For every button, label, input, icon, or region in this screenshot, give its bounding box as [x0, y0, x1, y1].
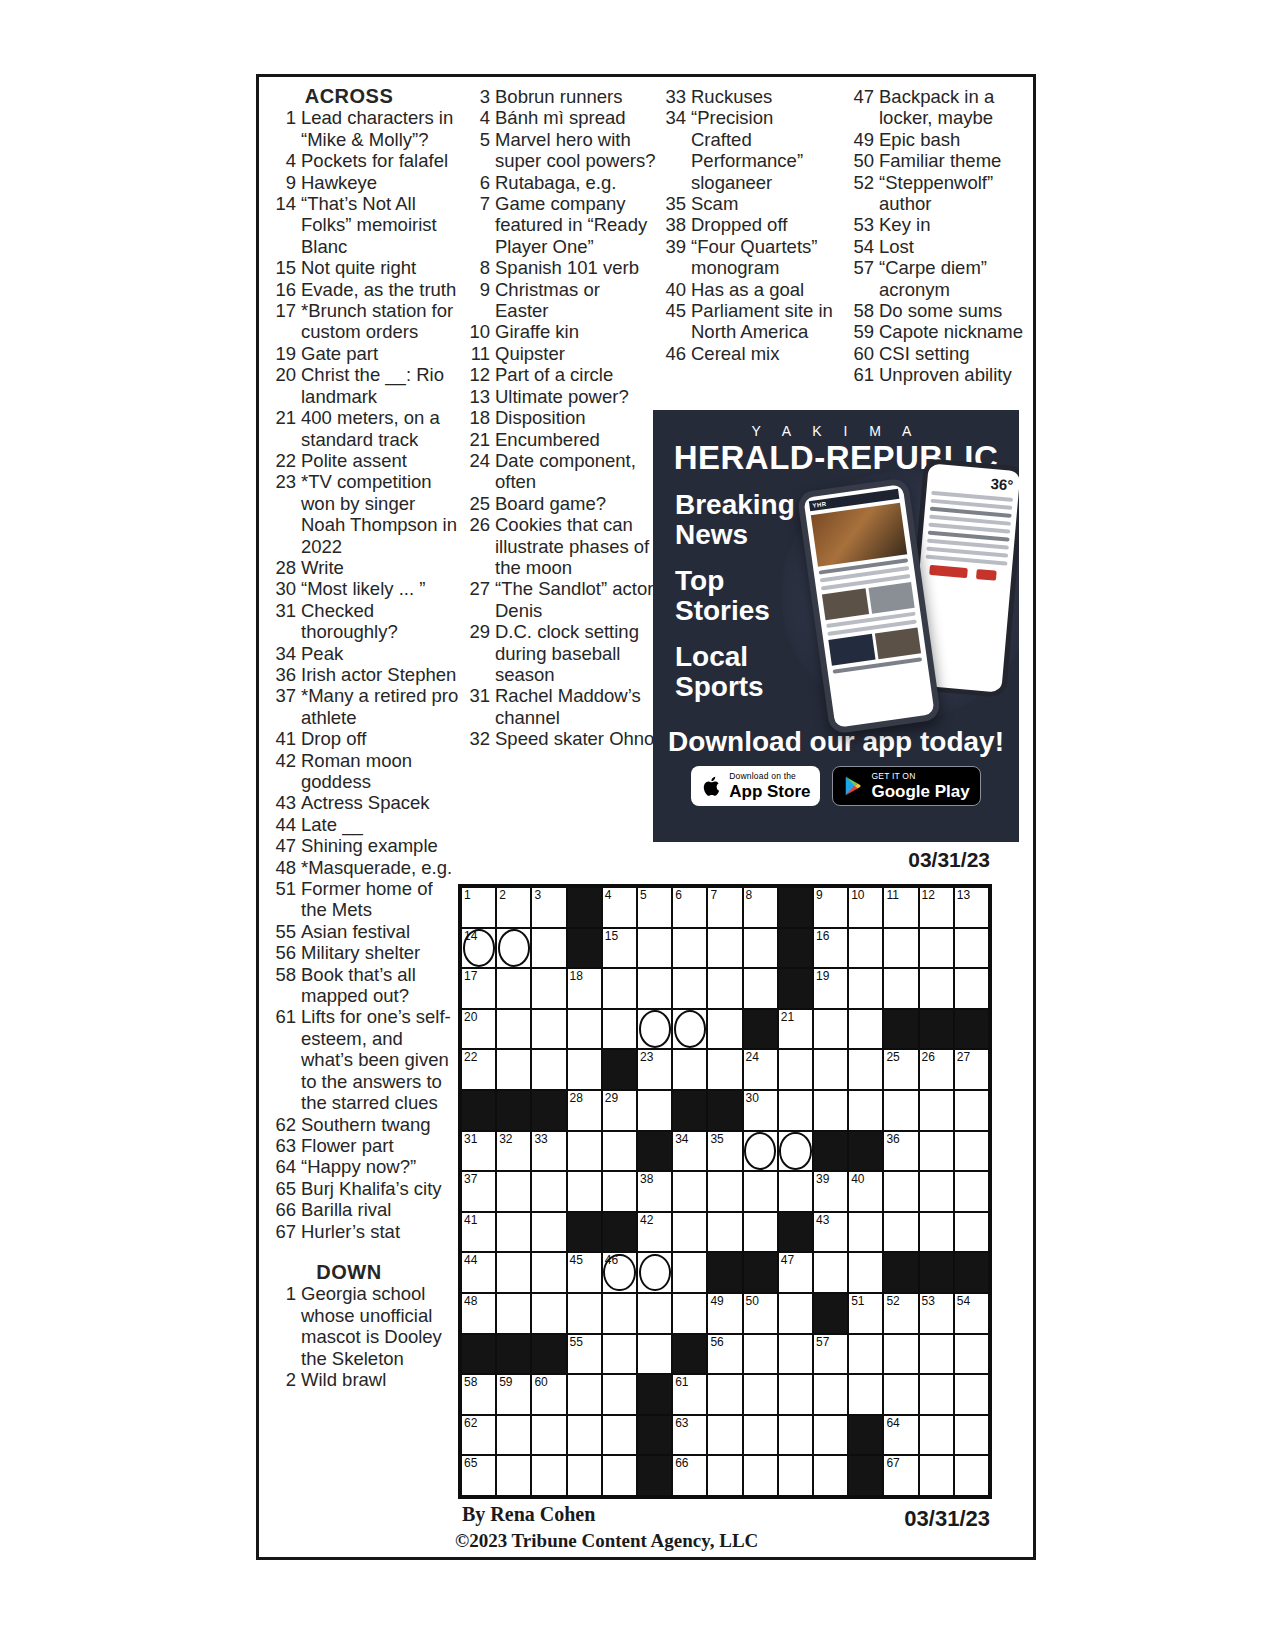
grid-cell[interactable]	[848, 1009, 883, 1050]
black-cell	[954, 1009, 989, 1050]
grid-cell[interactable]	[919, 1171, 954, 1212]
grid-cell[interactable]	[567, 1131, 602, 1172]
clue-number: 11	[462, 343, 495, 364]
grid-cell[interactable]: 10	[848, 887, 883, 928]
clue-text: Evade, as the truth	[301, 279, 460, 300]
grid-cell[interactable]	[743, 1374, 778, 1415]
grid-cell[interactable]: 56	[707, 1334, 742, 1375]
grid-cell[interactable]	[778, 1455, 813, 1496]
clue-number: 50	[846, 150, 879, 171]
clue-text: Hurler’s stat	[301, 1221, 460, 1242]
grid-cell[interactable]	[531, 1009, 566, 1050]
clue: 58Book that’s all mapped out?	[268, 964, 460, 1007]
grid-cell[interactable]: 4	[602, 887, 637, 928]
grid-cell[interactable]	[637, 928, 672, 969]
grid-cell[interactable]	[954, 1374, 989, 1415]
grid-cell[interactable]	[954, 968, 989, 1009]
grid-cell[interactable]: 67	[883, 1455, 918, 1496]
cell-number: 16	[816, 929, 829, 943]
app-store-badge[interactable]: Download on the App Store	[691, 766, 820, 806]
grid-cell[interactable]	[813, 1455, 848, 1496]
grid-cell[interactable]: 14	[461, 928, 496, 969]
grid-cell[interactable]	[813, 1252, 848, 1293]
grid-cell[interactable]	[919, 1374, 954, 1415]
grid-cell[interactable]	[778, 1171, 813, 1212]
grid-cell[interactable]	[672, 1212, 707, 1253]
clue-number: 47	[268, 835, 301, 856]
clue: 49Epic bash	[846, 129, 1030, 150]
black-cell	[672, 1090, 707, 1131]
grid-cell[interactable]	[602, 1293, 637, 1334]
black-cell	[496, 1334, 531, 1375]
grid-cell[interactable]	[567, 1049, 602, 1090]
grid-cell[interactable]	[496, 1171, 531, 1212]
cell-number: 44	[464, 1253, 477, 1267]
grid-cell[interactable]: 54	[954, 1293, 989, 1334]
clue-text: Part of a circle	[495, 364, 658, 385]
grid-cell[interactable]	[707, 928, 742, 969]
grid-cell[interactable]: 13	[954, 887, 989, 928]
grid-cell[interactable]: 27	[954, 1049, 989, 1090]
clue: 2Wild brawl	[268, 1369, 460, 1390]
clue-text: *TV competition won by singer Noah Thomp…	[301, 471, 460, 557]
grid-cell[interactable]	[602, 1171, 637, 1212]
clue-number: 21	[462, 429, 495, 450]
weather-temp: 36°	[927, 463, 1019, 494]
cell-number: 59	[499, 1375, 512, 1389]
grid-cell[interactable]	[919, 1334, 954, 1375]
clue-text: Do some sums	[879, 300, 1030, 321]
grid-cell[interactable]: 29	[602, 1090, 637, 1131]
clue-text: Bánh mì spread	[495, 107, 658, 128]
grid-cell[interactable]: 55	[567, 1334, 602, 1375]
grid-cell[interactable]: 21	[778, 1009, 813, 1050]
grid-cell[interactable]: 57	[813, 1334, 848, 1375]
grid-cell[interactable]: 22	[461, 1049, 496, 1090]
grid-cell[interactable]	[637, 1090, 672, 1131]
google-play-badge[interactable]: GET IT ON Google Play	[832, 766, 980, 806]
grid-cell[interactable]: 30	[743, 1090, 778, 1131]
grid-cell[interactable]	[672, 1009, 707, 1050]
clue-text: Gate part	[301, 343, 460, 364]
grid-cell[interactable]: 40	[848, 1171, 883, 1212]
grid-cell[interactable]	[672, 928, 707, 969]
grid-cell[interactable]	[954, 1090, 989, 1131]
grid-cell[interactable]	[567, 1009, 602, 1050]
black-cell	[954, 1252, 989, 1293]
grid-cell[interactable]: 17	[461, 968, 496, 1009]
grid-cell[interactable]	[848, 1090, 883, 1131]
grid-cell[interactable]: 48	[461, 1293, 496, 1334]
grid-cell[interactable]: 28	[567, 1090, 602, 1131]
clue: 62Southern twang	[268, 1114, 460, 1135]
grid-cell[interactable]: 43	[813, 1212, 848, 1253]
grid-cell[interactable]: 47	[778, 1252, 813, 1293]
grid-cell[interactable]	[743, 968, 778, 1009]
clue-number: 16	[268, 279, 301, 300]
grid-cell[interactable]	[743, 1131, 778, 1172]
cell-number: 33	[534, 1132, 547, 1146]
clue-text: Asian festival	[301, 921, 460, 942]
grid-cell[interactable]	[848, 1374, 883, 1415]
puzzle-date-bottom: 03/31/23	[790, 1506, 990, 1532]
cell-number: 19	[816, 969, 829, 983]
grid-cell[interactable]	[672, 1252, 707, 1293]
grid-cell[interactable]: 1	[461, 887, 496, 928]
cell-number: 37	[464, 1172, 477, 1186]
cell-number: 15	[605, 929, 618, 943]
grid-cell[interactable]	[883, 1212, 918, 1253]
grid-cell[interactable]: 9	[813, 887, 848, 928]
clue-text: Shining example	[301, 835, 460, 856]
grid-cell[interactable]: 16	[813, 928, 848, 969]
grid-cell[interactable]	[496, 1212, 531, 1253]
grid-cell[interactable]: 6	[672, 887, 707, 928]
clue-text: Lifts for one’s self-esteem, and what’s …	[301, 1006, 460, 1113]
copyright: ©2023 Tribune Content Agency, LLC	[455, 1530, 758, 1552]
clue-number: 26	[462, 514, 495, 578]
cell-number: 64	[886, 1416, 899, 1430]
grid-cell[interactable]: 66	[672, 1455, 707, 1496]
grid-cell[interactable]	[531, 928, 566, 969]
grid-cell[interactable]	[707, 1415, 742, 1456]
grid-cell[interactable]	[707, 1374, 742, 1415]
clue: 36Irish actor Stephen	[268, 664, 460, 685]
grid-cell[interactable]: 58	[461, 1374, 496, 1415]
clue-text: Write	[301, 557, 460, 578]
clue-number: 24	[462, 450, 495, 493]
grid-cell[interactable]	[813, 1009, 848, 1050]
grid-cell[interactable]	[602, 1334, 637, 1375]
grid-cell[interactable]	[954, 1415, 989, 1456]
cell-number: 55	[570, 1335, 583, 1349]
grid-cell[interactable]	[496, 968, 531, 1009]
crossword-grid: 1234567891011121314151617181920212223242…	[458, 884, 992, 1499]
grid-cell[interactable]: 37	[461, 1171, 496, 1212]
grid-cell[interactable]	[848, 1334, 883, 1375]
grid-cell[interactable]	[848, 928, 883, 969]
clue-text: Spanish 101 verb	[495, 257, 658, 278]
grid-cell[interactable]	[919, 968, 954, 1009]
grid-cell[interactable]	[637, 1334, 672, 1375]
grid-cell[interactable]	[496, 1252, 531, 1293]
grid-cell[interactable]: 36	[883, 1131, 918, 1172]
clue-number: 65	[268, 1178, 301, 1199]
grid-cell[interactable]	[778, 1334, 813, 1375]
grid-cell[interactable]	[883, 1334, 918, 1375]
clue: 39“Four Quartets” monogram	[658, 236, 836, 279]
grid-cell[interactable]: 31	[461, 1131, 496, 1172]
grid-cell[interactable]	[919, 1415, 954, 1456]
grid-cell[interactable]	[707, 968, 742, 1009]
grid-cell[interactable]	[778, 1131, 813, 1172]
black-cell	[637, 1415, 672, 1456]
clue: 31Rachel Maddow’s channel	[462, 685, 658, 728]
grid-cell[interactable]: 2	[496, 887, 531, 928]
grid-cell[interactable]	[531, 1293, 566, 1334]
clue: 61Unproven ability	[846, 364, 1030, 385]
grid-cell[interactable]: 53	[919, 1293, 954, 1334]
clue: 27“The Sandlot” actor Denis	[462, 578, 658, 621]
clue: 65Burj Khalifa’s city	[268, 1178, 460, 1199]
grid-cell[interactable]	[672, 1293, 707, 1334]
grid-cell[interactable]	[778, 1415, 813, 1456]
grid-cell[interactable]	[496, 1293, 531, 1334]
clue: 17*Brunch station for custom orders	[268, 300, 460, 343]
grid-cell[interactable]	[567, 1415, 602, 1456]
grid-cell[interactable]	[848, 1049, 883, 1090]
clue: 57“Carpe diem” acronym	[846, 257, 1030, 300]
cell-number: 22	[464, 1050, 477, 1064]
grid-cell[interactable]	[567, 1171, 602, 1212]
clue: 66Barilla rival	[268, 1199, 460, 1220]
clue-text: Christmas or Easter	[495, 279, 658, 322]
grid-cell[interactable]	[602, 1131, 637, 1172]
grid-cell[interactable]: 65	[461, 1455, 496, 1496]
grid-cell[interactable]: 61	[672, 1374, 707, 1415]
clue-number: 25	[462, 493, 495, 514]
clue-number: 1	[268, 107, 301, 150]
grid-cell[interactable]	[778, 1049, 813, 1090]
grid-cell[interactable]	[531, 1212, 566, 1253]
grid-cell[interactable]: 3	[531, 887, 566, 928]
grid-cell[interactable]	[848, 1252, 883, 1293]
clue-number: 2	[268, 1369, 301, 1390]
clue: 19Gate part	[268, 343, 460, 364]
grid-cell[interactable]	[778, 1293, 813, 1334]
grid-cell[interactable]	[848, 1212, 883, 1253]
cell-number: 47	[781, 1253, 794, 1267]
grid-cell[interactable]: 33	[531, 1131, 566, 1172]
clue-text: Christ the __: Rio landmark	[301, 364, 460, 407]
grid-cell[interactable]: 24	[743, 1049, 778, 1090]
clue-number: 53	[846, 214, 879, 235]
grid-cell[interactable]	[778, 1374, 813, 1415]
grid-cell[interactable]	[707, 1212, 742, 1253]
grid-cell[interactable]	[883, 928, 918, 969]
grid-cell[interactable]	[531, 1049, 566, 1090]
grid-cell[interactable]	[919, 1455, 954, 1496]
clue-text: Backpack in a locker, maybe	[879, 86, 1030, 129]
clue-number: 62	[268, 1114, 301, 1135]
grid-cell[interactable]: 63	[672, 1415, 707, 1456]
grid-cell[interactable]	[954, 928, 989, 969]
cell-number: 40	[851, 1172, 864, 1186]
apple-icon	[701, 774, 723, 798]
black-cell	[743, 1252, 778, 1293]
grid-cell[interactable]: 45	[567, 1252, 602, 1293]
grid-cell[interactable]	[707, 1455, 742, 1496]
grid-cell[interactable]	[813, 1049, 848, 1090]
grid-cell[interactable]	[813, 1374, 848, 1415]
grid-cell[interactable]	[813, 1090, 848, 1131]
clue: 63Flower part	[268, 1135, 460, 1156]
clue-text: “Most likely ... ”	[301, 578, 460, 599]
clue-number: 52	[846, 172, 879, 215]
grid-cell[interactable]: 26	[919, 1049, 954, 1090]
grid-cell[interactable]: 50	[743, 1293, 778, 1334]
clue: 24Date component, often	[462, 450, 658, 493]
cell-number: 13	[957, 888, 970, 902]
grid-cell[interactable]: 41	[461, 1212, 496, 1253]
grid-cell[interactable]	[954, 1455, 989, 1496]
grid-cell[interactable]	[602, 1415, 637, 1456]
grid-cell[interactable]	[672, 1171, 707, 1212]
grid-cell[interactable]	[567, 1374, 602, 1415]
grid-cell[interactable]: 32	[496, 1131, 531, 1172]
grid-cell[interactable]: 38	[637, 1171, 672, 1212]
grid-cell[interactable]	[954, 1334, 989, 1375]
ad-feature: Breaking News	[675, 490, 795, 550]
grid-cell[interactable]: 8	[743, 887, 778, 928]
clue: 20Christ the __: Rio landmark	[268, 364, 460, 407]
grid-cell[interactable]	[707, 1171, 742, 1212]
clue-text: “Precision Crafted Performance” sloganee…	[691, 107, 836, 193]
grid-cell[interactable]	[567, 1293, 602, 1334]
clue-number: 7	[462, 193, 495, 257]
grid-cell[interactable]	[883, 1171, 918, 1212]
grid-cell[interactable]: 19	[813, 968, 848, 1009]
clue-text: Ultimate power?	[495, 386, 658, 407]
black-cell	[848, 1455, 883, 1496]
cell-number: 62	[464, 1416, 477, 1430]
grid-cell[interactable]	[672, 1049, 707, 1090]
grid-cell[interactable]	[602, 1455, 637, 1496]
clue-number: 31	[268, 600, 301, 643]
clue-text: *Brunch station for custom orders	[301, 300, 460, 343]
clue: 35Scam	[658, 193, 836, 214]
grid-cell[interactable]	[743, 1415, 778, 1456]
clue-number: 1	[268, 1283, 301, 1369]
clue-number: 10	[462, 321, 495, 342]
grid-cell[interactable]: 39	[813, 1171, 848, 1212]
grid-cell[interactable]	[919, 1131, 954, 1172]
grid-cell[interactable]: 20	[461, 1009, 496, 1050]
grid-cell[interactable]: 11	[883, 887, 918, 928]
clue-column-2: 3Bobrun runners4Bánh mì spread5Marvel he…	[462, 86, 658, 750]
grid-cell[interactable]	[883, 1090, 918, 1131]
grid-cell[interactable]	[567, 1455, 602, 1496]
cell-number: 41	[464, 1213, 477, 1227]
grid-cell[interactable]: 46	[602, 1252, 637, 1293]
clue-text: Familiar theme	[879, 150, 1030, 171]
grid-cell[interactable]	[743, 1212, 778, 1253]
cell-number: 54	[957, 1294, 970, 1308]
grid-cell[interactable]	[531, 968, 566, 1009]
grid-cell[interactable]	[496, 1455, 531, 1496]
clue-number: 38	[658, 214, 691, 235]
grid-cell[interactable]	[531, 1455, 566, 1496]
clue-number: 21	[268, 407, 301, 450]
grid-cell[interactable]	[496, 1415, 531, 1456]
grid-cell[interactable]: 42	[637, 1212, 672, 1253]
grid-cell[interactable]	[954, 1131, 989, 1172]
clue-text: Lost	[879, 236, 1030, 257]
grid-cell[interactable]: 18	[567, 968, 602, 1009]
clue: 34Peak	[268, 643, 460, 664]
grid-cell[interactable]	[496, 1049, 531, 1090]
grid-cell[interactable]: 64	[883, 1415, 918, 1456]
grid-cell[interactable]: 60	[531, 1374, 566, 1415]
grid-cell[interactable]	[637, 1252, 672, 1293]
grid-cell[interactable]	[707, 1009, 742, 1050]
grid-cell[interactable]	[602, 1374, 637, 1415]
grid-cell[interactable]: 12	[919, 887, 954, 928]
grid-cell[interactable]: 5	[637, 887, 672, 928]
grid-cell[interactable]: 59	[496, 1374, 531, 1415]
clue-number: 45	[658, 300, 691, 343]
grid-cell[interactable]: 25	[883, 1049, 918, 1090]
grid-cell[interactable]	[919, 1090, 954, 1131]
grid-cell[interactable]: 7	[707, 887, 742, 928]
grid-cell[interactable]	[637, 1293, 672, 1334]
grid-cell[interactable]: 62	[461, 1415, 496, 1456]
grid-cell[interactable]	[531, 1252, 566, 1293]
grid-cell[interactable]	[778, 1090, 813, 1131]
clue-text: “That’s Not All Folks” memoirist Blanc	[301, 193, 460, 257]
clue: 10Giraffe kin	[462, 321, 658, 342]
phone-mockups: 36° YHR	[811, 462, 1016, 754]
grid-cell[interactable]: 35	[707, 1131, 742, 1172]
clue-text: Peak	[301, 643, 460, 664]
herald-republic-app-ad: Y A K I M A HERALD-REPUBLIC Breaking New…	[653, 410, 1019, 842]
grid-cell[interactable]	[954, 1171, 989, 1212]
grid-cell[interactable]: 23	[637, 1049, 672, 1090]
cell-number: 18	[570, 969, 583, 983]
cell-number: 11	[886, 888, 898, 902]
grid-cell[interactable]	[743, 1455, 778, 1496]
grid-cell[interactable]	[883, 1374, 918, 1415]
grid-cell[interactable]: 49	[707, 1293, 742, 1334]
grid-cell[interactable]	[813, 1415, 848, 1456]
grid-cell[interactable]	[672, 968, 707, 1009]
grid-cell[interactable]	[743, 1334, 778, 1375]
clue-number: 58	[268, 964, 301, 1007]
grid-cell[interactable]	[883, 968, 918, 1009]
cell-number: 34	[675, 1132, 688, 1146]
grid-cell[interactable]	[496, 1009, 531, 1050]
grid-cell[interactable]: 15	[602, 928, 637, 969]
clue-number: 29	[462, 621, 495, 685]
grid-cell[interactable]	[743, 1171, 778, 1212]
grid-cell[interactable]: 44	[461, 1252, 496, 1293]
grid-cell[interactable]	[919, 1212, 954, 1253]
grid-cell[interactable]	[637, 1009, 672, 1050]
cell-number: 10	[851, 888, 864, 902]
clue-number: 9	[268, 172, 301, 193]
grid-cell[interactable]	[496, 928, 531, 969]
clue: 5Marvel hero with super cool powers?	[462, 129, 658, 172]
clue: 4Bánh mì spread	[462, 107, 658, 128]
cell-number: 4	[605, 888, 612, 902]
grid-cell[interactable]	[637, 968, 672, 1009]
grid-cell[interactable]	[602, 968, 637, 1009]
grid-cell[interactable]	[531, 1171, 566, 1212]
grid-cell[interactable]: 52	[883, 1293, 918, 1334]
grid-cell[interactable]	[531, 1415, 566, 1456]
across-header: ACROSS	[268, 86, 460, 107]
grid-cell[interactable]	[848, 968, 883, 1009]
grid-cell[interactable]: 34	[672, 1131, 707, 1172]
grid-cell[interactable]	[919, 928, 954, 969]
clue: 44Late __	[268, 814, 460, 835]
grid-cell[interactable]	[743, 928, 778, 969]
grid-cell[interactable]: 51	[848, 1293, 883, 1334]
cell-number: 12	[922, 888, 935, 902]
grid-cell[interactable]	[954, 1212, 989, 1253]
grid-cell[interactable]	[602, 1009, 637, 1050]
grid-cell[interactable]	[707, 1049, 742, 1090]
